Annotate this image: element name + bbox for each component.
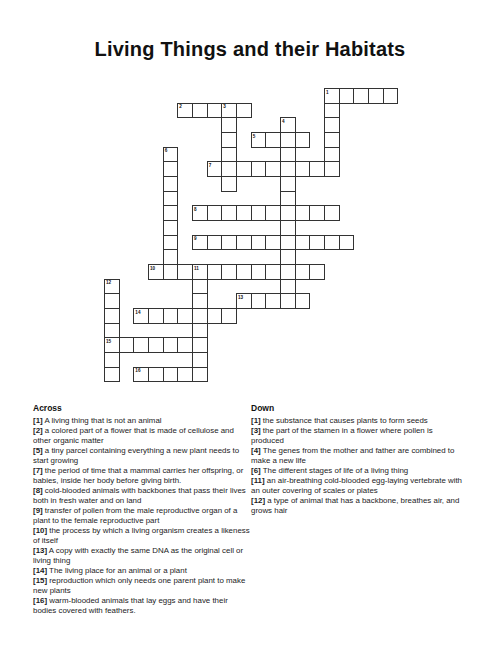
grid-cell-r12c12[interactable]: [280, 264, 296, 280]
grid-cell-r8c7[interactable]: [207, 205, 223, 221]
grid-cell-r8c4[interactable]: [163, 205, 179, 221]
clue-number-10: 10: [150, 266, 155, 271]
clue-number-2: 2: [179, 104, 182, 109]
clue-number-8: 8: [194, 207, 197, 212]
grid-cell-r0c16[interactable]: [339, 88, 355, 104]
clue-number-15: 15: [106, 339, 111, 344]
clue-section: Across [1] A living thing that is not an…: [33, 403, 465, 616]
grid-cell-r8c13[interactable]: [295, 205, 311, 221]
grid-cell-r1c8[interactable]: 3: [221, 103, 237, 119]
grid-cell-r16c0[interactable]: [104, 323, 120, 339]
grid-cell-r15c0[interactable]: [104, 308, 120, 324]
clue-number-9: 9: [194, 236, 197, 241]
grid-cell-r3c11[interactable]: [265, 132, 281, 148]
grid-cell-r12c6[interactable]: 11: [192, 264, 208, 280]
clue-across-13: [13] A copy with exactly the same DNA as…: [33, 546, 251, 566]
grid-cell-r6c8[interactable]: [221, 176, 237, 192]
grid-cell-r14c6[interactable]: [192, 293, 208, 309]
grid-cell-r0c18[interactable]: [368, 88, 384, 104]
grid-cell-r10c10[interactable]: [251, 235, 267, 251]
grid-cell-r10c8[interactable]: [221, 235, 237, 251]
clue-across-14: [14] The living place for an animal or a…: [33, 566, 251, 576]
grid-cell-r12c13[interactable]: [295, 264, 311, 280]
grid-cell-r17c6[interactable]: [192, 337, 208, 353]
clue-across-9: [9] transfer of pollen from the male rep…: [33, 506, 251, 526]
across-heading: Across: [33, 403, 251, 413]
crossword-grid: 12345678910111213141516: [104, 88, 400, 384]
grid-cell-r10c15[interactable]: [324, 235, 340, 251]
grid-cell-r15c8[interactable]: [221, 308, 237, 324]
clue-across-10: [10] the process by which a living organ…: [33, 526, 251, 546]
clue-across-15: [15] reproduction which only needs one p…: [33, 576, 251, 596]
clue-across-5: [5] a tiny parcel containing everything …: [33, 446, 251, 466]
grid-cell-r5c12[interactable]: [280, 161, 296, 177]
grid-cell-r1c15[interactable]: [324, 103, 340, 119]
clue-across-1: [1] A living thing that is not an animal: [33, 416, 251, 426]
grid-cell-r5c7[interactable]: 7: [207, 161, 223, 177]
down-clue-list: [1] the substance that causes plants to …: [251, 416, 465, 516]
puzzle-title: Living Things and their Habitats: [0, 38, 500, 61]
clue-across-8: [8] cold-blooded animals with backbones …: [33, 486, 251, 506]
grid-cell-r13c0[interactable]: 12: [104, 279, 120, 295]
grid-cell-r3c13[interactable]: [295, 132, 311, 148]
clue-down-12: [12] a type of animal that has a backbon…: [251, 496, 465, 516]
grid-cell-r6c4[interactable]: [163, 176, 179, 192]
grid-cell-r1c9[interactable]: [236, 103, 252, 119]
grid-cell-r8c14[interactable]: [309, 205, 325, 221]
grid-cell-r5c14[interactable]: [309, 161, 325, 177]
clue-number-1: 1: [326, 90, 329, 95]
grid-cell-r12c8[interactable]: [221, 264, 237, 280]
grid-cell-r4c12[interactable]: [280, 147, 296, 163]
grid-cell-r6c12[interactable]: [280, 176, 296, 192]
grid-cell-r0c15[interactable]: 1: [324, 88, 340, 104]
grid-cell-r2c8[interactable]: [221, 117, 237, 133]
grid-cell-r13c12[interactable]: [280, 279, 296, 295]
grid-cell-r15c2[interactable]: 14: [133, 308, 149, 324]
grid-cell-r17c2[interactable]: [133, 337, 149, 353]
grid-cell-r14c10[interactable]: [251, 293, 267, 309]
grid-cell-r12c3[interactable]: 10: [148, 264, 164, 280]
grid-cell-r0c19[interactable]: [383, 88, 399, 104]
grid-cell-r16c6[interactable]: [192, 323, 208, 339]
grid-cell-r12c10[interactable]: [251, 264, 267, 280]
grid-cell-r4c4[interactable]: 6: [163, 147, 179, 163]
across-clues: Across [1] A living thing that is not an…: [33, 403, 251, 616]
grid-cell-r19c2[interactable]: 16: [133, 367, 149, 383]
grid-cell-r4c8[interactable]: [221, 147, 237, 163]
grid-cell-r13c6[interactable]: [192, 279, 208, 295]
grid-cell-r10c13[interactable]: [295, 235, 311, 251]
grid-cell-r19c4[interactable]: [163, 367, 179, 383]
grid-cell-r17c4[interactable]: [163, 337, 179, 353]
grid-cell-r1c7[interactable]: [207, 103, 223, 119]
grid-cell-r10c16[interactable]: [339, 235, 355, 251]
grid-cell-r15c4[interactable]: [163, 308, 179, 324]
grid-cell-r5c10[interactable]: [251, 161, 267, 177]
grid-cell-r5c11[interactable]: [265, 161, 281, 177]
grid-cell-r18c0[interactable]: [104, 352, 120, 368]
clue-number-6: 6: [165, 148, 168, 153]
grid-cell-r3c10[interactable]: 5: [251, 132, 267, 148]
grid-cell-r9c12[interactable]: [280, 220, 296, 236]
grid-cell-r5c4[interactable]: [163, 161, 179, 177]
grid-cell-r7c4[interactable]: [163, 191, 179, 207]
clue-down-6: [6] The different stages of life of a li…: [251, 466, 465, 476]
clue-down-1: [1] the substance that causes plants to …: [251, 416, 465, 426]
grid-cell-r17c1[interactable]: [119, 337, 135, 353]
grid-cell-r14c11[interactable]: [265, 293, 281, 309]
grid-cell-r19c0[interactable]: [104, 367, 120, 383]
grid-cell-r3c12[interactable]: [280, 132, 296, 148]
grid-cell-r5c15[interactable]: [324, 161, 340, 177]
clue-across-16: [16] warm-blooded animals that lay eggs …: [33, 596, 251, 616]
grid-cell-r11c12[interactable]: [280, 249, 296, 265]
grid-cell-r10c11[interactable]: [265, 235, 281, 251]
grid-cell-r9c4[interactable]: [163, 220, 179, 236]
grid-cell-r12c14[interactable]: [309, 264, 325, 280]
grid-cell-r10c7[interactable]: [207, 235, 223, 251]
grid-cell-r19c5[interactable]: [177, 367, 193, 383]
grid-cell-r17c3[interactable]: [148, 337, 164, 353]
grid-cell-r10c14[interactable]: [309, 235, 325, 251]
grid-cell-r18c6[interactable]: [192, 352, 208, 368]
clue-across-2: [2] a colored part of a flower that is m…: [33, 426, 251, 446]
grid-cell-r15c7[interactable]: [207, 308, 223, 324]
clue-number-3: 3: [223, 104, 226, 109]
clue-across-7: [7] the period of time that a mammal car…: [33, 466, 251, 486]
grid-cell-r19c6[interactable]: [192, 367, 208, 383]
grid-cell-r12c7[interactable]: [207, 264, 223, 280]
grid-cell-r8c6[interactable]: 8: [192, 205, 208, 221]
grid-cell-r8c15[interactable]: [324, 205, 340, 221]
clue-number-7: 7: [209, 163, 212, 168]
grid-cell-r0c17[interactable]: [353, 88, 369, 104]
grid-cell-r10c9[interactable]: [236, 235, 252, 251]
grid-cell-r15c3[interactable]: [148, 308, 164, 324]
clue-number-11: 11: [194, 266, 199, 271]
clue-number-13: 13: [238, 295, 243, 300]
down-heading: Down: [251, 403, 465, 413]
down-clues: Down [1] the substance that causes plant…: [251, 403, 465, 616]
grid-cell-r14c9[interactable]: 13: [236, 293, 252, 309]
grid-cell-r12c5[interactable]: [177, 264, 193, 280]
grid-cell-r4c15[interactable]: [324, 147, 340, 163]
grid-cell-r10c12[interactable]: [280, 235, 296, 251]
crossword-worksheet: Living Things and their Habitats 1234567…: [0, 0, 500, 647]
clue-down-11: [11] an air-breathing cold-blooded egg-l…: [251, 476, 465, 496]
grid-cell-r10c4[interactable]: [163, 235, 179, 251]
grid-cell-r2c12[interactable]: 4: [280, 117, 296, 133]
grid-cell-r19c3[interactable]: [148, 367, 164, 383]
grid-cell-r8c8[interactable]: [221, 205, 237, 221]
grid-cell-r17c0[interactable]: 15: [104, 337, 120, 353]
grid-cell-r2c15[interactable]: [324, 117, 340, 133]
grid-cell-r12c9[interactable]: [236, 264, 252, 280]
grid-cell-r14c0[interactable]: [104, 293, 120, 309]
grid-cell-r8c12[interactable]: [280, 205, 296, 221]
grid-cell-r11c4[interactable]: [163, 249, 179, 265]
grid-cell-r8c9[interactable]: [236, 205, 252, 221]
clue-number-12: 12: [106, 280, 111, 285]
clue-number-5: 5: [253, 134, 256, 139]
grid-cell-r3c15[interactable]: [324, 132, 340, 148]
grid-cell-r8c10[interactable]: [251, 205, 267, 221]
grid-cell-r12c11[interactable]: [265, 264, 281, 280]
grid-cell-r1c6[interactable]: [192, 103, 208, 119]
grid-cell-r12c4[interactable]: [163, 264, 179, 280]
across-clue-list: [1] A living thing that is not an animal…: [33, 416, 251, 616]
grid-cell-r7c12[interactable]: [280, 191, 296, 207]
grid-cell-r3c8[interactable]: [221, 132, 237, 148]
clue-number-16: 16: [135, 368, 140, 373]
clue-down-4: [4] The genes from the mother and father…: [251, 446, 465, 466]
grid-cell-r5c9[interactable]: [236, 161, 252, 177]
grid-cell-r8c11[interactable]: [265, 205, 281, 221]
grid-cell-r17c5[interactable]: [177, 337, 193, 353]
clue-down-3: [3] the part of the stamen in a flower w…: [251, 426, 465, 446]
clue-number-14: 14: [135, 310, 140, 315]
grid-cell-r14c12[interactable]: [280, 293, 296, 309]
grid-cell-r14c13[interactable]: [295, 293, 311, 309]
grid-cell-r15c5[interactable]: [177, 308, 193, 324]
grid-cell-r5c8[interactable]: [221, 161, 237, 177]
clue-number-4: 4: [282, 119, 285, 124]
grid-cell-r5c13[interactable]: [295, 161, 311, 177]
grid-cell-r10c6[interactable]: 9: [192, 235, 208, 251]
grid-cell-r1c5[interactable]: 2: [177, 103, 193, 119]
grid-cell-r15c6[interactable]: [192, 308, 208, 324]
